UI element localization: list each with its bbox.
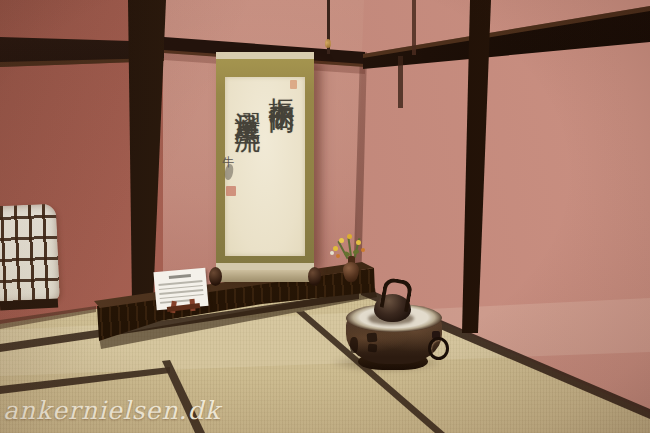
flower-blossom <box>356 240 361 245</box>
flower-blossom <box>347 234 352 239</box>
wall-peg <box>398 56 403 108</box>
lattice-window <box>0 204 60 305</box>
placard-text-line <box>160 294 204 300</box>
flower-blossom <box>330 251 334 255</box>
flower-blossom <box>361 248 365 252</box>
placard-title-line <box>169 274 191 278</box>
scroll-roller <box>214 270 316 282</box>
scroll-top-strip <box>216 52 314 59</box>
watermark-text: ankernielsen.dk <box>3 396 221 425</box>
brazier-crest-mark <box>367 333 378 343</box>
information-placard <box>153 268 208 310</box>
scroll-bottom-strip <box>216 263 314 270</box>
roller-knob-left <box>209 267 222 286</box>
brazier-ring-handle <box>428 337 449 360</box>
brazier-crest-mark <box>368 344 378 353</box>
hanging-rod-hook <box>325 39 331 48</box>
ceramic-vase <box>343 262 359 282</box>
artist-seal <box>226 186 236 196</box>
corner-rod <box>412 0 416 55</box>
calligraphy-column-right: 振衣千仞岡 <box>269 77 295 233</box>
flower-blossom <box>336 254 340 258</box>
flower-blossom <box>339 238 344 243</box>
lead-seal <box>290 80 297 89</box>
kettle-handle <box>380 277 414 313</box>
hanging-scroll: 振衣千仞岡 濯足萬里流 牛 <box>216 52 314 288</box>
brazier-left-handle <box>350 337 358 353</box>
calligraphy-column-left: 濯足萬里流 <box>235 92 261 248</box>
roller-knob-right <box>308 267 321 286</box>
flower-blossom <box>333 246 338 251</box>
tea-room-photo: 振衣千仞岡 濯足萬里流 牛 <box>0 0 650 433</box>
